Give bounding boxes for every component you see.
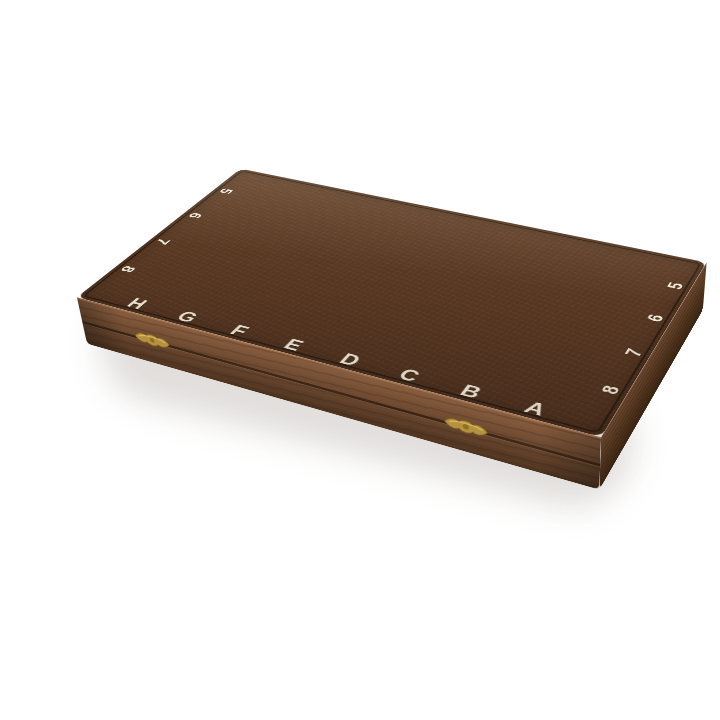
rank-label-right-text: 7 <box>619 347 647 359</box>
chess-board-box: 56785678HGFEDCBA <box>77 169 707 438</box>
file-label-text: F <box>225 322 253 340</box>
rank-label-left-text: 8 <box>116 264 140 274</box>
product-photo-background: 56785678HGFEDCBA <box>0 0 720 720</box>
front-clasp-left <box>133 327 172 353</box>
rank-label-right-text: 5 <box>662 281 688 292</box>
rank-label-right-text: 6 <box>642 312 669 323</box>
rank-label-left-text: 5 <box>215 187 237 195</box>
perspective-stage: 56785678HGFEDCBA <box>0 0 720 720</box>
rank-label-right-text: 8 <box>596 383 625 396</box>
rank-label-left-text: 6 <box>184 211 207 219</box>
front-clasp-right <box>443 412 489 441</box>
rank-label-left-text: 7 <box>151 237 174 246</box>
